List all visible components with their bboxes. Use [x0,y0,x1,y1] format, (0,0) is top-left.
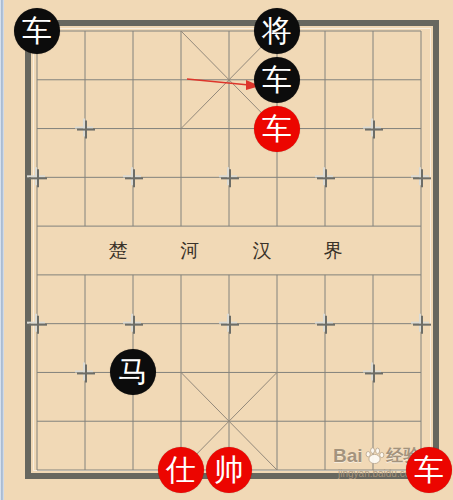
window-edge-strip [0,0,4,500]
piece-glyph: 帅 [214,455,244,485]
piece-red-advisor[interactable]: 仕 [158,447,204,493]
piece-red-chariot-b[interactable]: 车 [406,447,452,493]
piece-black-general[interactable]: 将 [254,8,300,54]
piece-glyph: 仕 [166,455,196,485]
piece-glyph: 车 [262,114,292,144]
piece-red-general[interactable]: 帅 [206,447,252,493]
piece-red-chariot-a[interactable]: 车 [254,106,300,152]
piece-glyph: 车 [414,455,444,485]
piece-glyph: 马 [118,357,148,387]
piece-glyph: 车 [262,65,292,95]
piece-black-horse[interactable]: 马 [110,349,156,395]
xiangqi-board[interactable]: 车将车车马仕帅车 [13,7,445,495]
piece-black-chariot-a[interactable]: 车 [14,8,60,54]
piece-glyph: 将 [262,16,292,46]
piece-glyph: 车 [22,16,52,46]
piece-black-chariot-b[interactable]: 车 [254,57,300,103]
